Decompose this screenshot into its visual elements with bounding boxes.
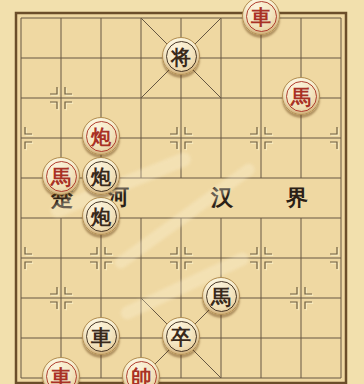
board-point: 帥	[121, 358, 161, 384]
board-point: 車	[41, 358, 81, 384]
board-point: 車	[241, 0, 281, 38]
board-point: 炮	[81, 198, 121, 238]
piece-black-chariot[interactable]: 車	[82, 317, 120, 355]
piece-black-soldier[interactable]: 卒	[162, 317, 200, 355]
piece-glyph: 帥	[131, 367, 151, 384]
piece-glyph: 馬	[211, 287, 231, 307]
piece-red-chariot[interactable]: 車	[242, 0, 280, 35]
board-point: 炮	[81, 118, 121, 158]
piece-black-cannon[interactable]: 炮	[82, 157, 120, 195]
piece-red-general[interactable]: 帥	[122, 357, 160, 384]
board-point: 馬	[281, 78, 321, 118]
piece-glyph: 車	[91, 327, 111, 347]
piece-red-cannon[interactable]: 炮	[82, 117, 120, 155]
piece-glyph: 馬	[291, 87, 311, 107]
piece-glyph: 卒	[171, 327, 191, 347]
piece-red-horse[interactable]: 馬	[282, 77, 320, 115]
board-point: 馬	[41, 158, 81, 198]
piece-black-horse[interactable]: 馬	[202, 277, 240, 315]
piece-glyph: 馬	[51, 167, 71, 187]
piece-black-cannon[interactable]: 炮	[82, 197, 120, 235]
piece-glyph: 炮	[91, 207, 111, 227]
piece-red-chariot[interactable]: 車	[42, 357, 80, 384]
piece-glyph: 車	[251, 7, 271, 27]
piece-glyph: 炮	[91, 167, 111, 187]
piece-black-general[interactable]: 将	[162, 37, 200, 75]
xiangqi-board[interactable]: 楚 河 汉 界 車将馬炮馬炮炮馬車卒車帥	[0, 0, 364, 384]
board-point: 卒	[161, 318, 201, 358]
board-point: 馬	[201, 278, 241, 318]
board-point: 将	[161, 38, 201, 78]
board-point: 炮	[81, 158, 121, 198]
board-point: 車	[81, 318, 121, 358]
piece-glyph: 炮	[91, 127, 111, 147]
piece-red-horse[interactable]: 馬	[42, 157, 80, 195]
piece-glyph: 将	[171, 47, 191, 67]
piece-layer[interactable]: 車将馬炮馬炮炮馬車卒車帥	[1, 0, 361, 384]
piece-glyph: 車	[51, 367, 71, 384]
